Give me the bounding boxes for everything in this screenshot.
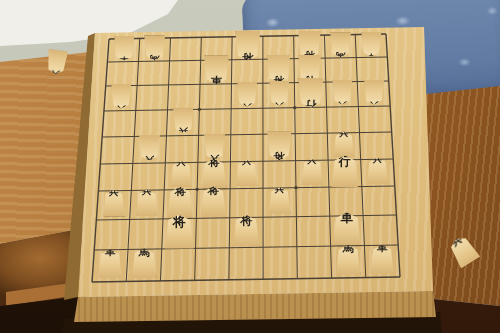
piece-4g-sente-pawn[interactable]: 歩 兵 xyxy=(269,187,291,214)
piece-8i-sente-knight[interactable]: 桂 馬 xyxy=(132,248,157,278)
piece-8a-gote-knight[interactable]: 桂 馬 xyxy=(144,35,165,60)
piece-1f-sente-pawn[interactable]: 歩 兵 xyxy=(367,158,388,184)
piece-1i-sente-lance[interactable]: 香 車 xyxy=(370,245,394,274)
piece-1a-gote-lance[interactable]: 香 車 xyxy=(361,32,381,57)
piece-8e-gote-pawn[interactable]: 歩 兵 xyxy=(139,135,160,161)
piece-8g-sente-pawn[interactable]: 歩 兵 xyxy=(136,189,158,216)
piece-9g-sente-pawn[interactable]: 歩 兵 xyxy=(103,190,125,217)
shogi-scene: 香 車桂 馬玉 将銀 将桂 馬香 車飛 車金 将金 将歩 兵歩 兵歩 兵角 行歩… xyxy=(0,0,500,333)
piece-6g-sente-gold[interactable]: 金 将 xyxy=(201,186,227,216)
piece-6f-sente-silver[interactable]: 銀 将 xyxy=(201,159,226,189)
piece-5c-gote-pawn[interactable]: 歩 兵 xyxy=(237,82,257,107)
piece-3b-gote-gold[interactable]: 金 将 xyxy=(298,55,321,83)
piece-7h-sente-king[interactable]: 王 将 xyxy=(165,215,194,249)
piece-6e-gote-pawn[interactable]: 歩 兵 xyxy=(204,134,225,160)
piece-9i-sente-lance[interactable]: 香 車 xyxy=(98,249,122,278)
piece-2a-gote-knight[interactable]: 桂 馬 xyxy=(330,32,351,57)
piece-5h-sente-gold[interactable]: 金 将 xyxy=(233,215,259,246)
piece-2h-sente-rook[interactable]: 飛 車 xyxy=(333,212,361,245)
piece-1c-gote-pawn[interactable]: 歩 兵 xyxy=(364,80,384,105)
piece-2i-sente-knight[interactable]: 桂 馬 xyxy=(336,245,361,275)
piece-7f-sente-pawn[interactable]: 歩 兵 xyxy=(171,161,192,187)
piece-7g-sente-silver[interactable]: 銀 将 xyxy=(167,187,193,217)
piece-5f-sente-pawn[interactable]: 歩 兵 xyxy=(236,160,257,186)
piece-2f-sente-bishop[interactable]: 角 行 xyxy=(331,156,358,188)
piece-2e-sente-pawn[interactable]: 歩 兵 xyxy=(333,132,354,158)
piece-4e-gote-silver[interactable]: 銀 将 xyxy=(267,131,292,160)
piece-3f-sente-pawn[interactable]: 歩 兵 xyxy=(301,159,322,185)
